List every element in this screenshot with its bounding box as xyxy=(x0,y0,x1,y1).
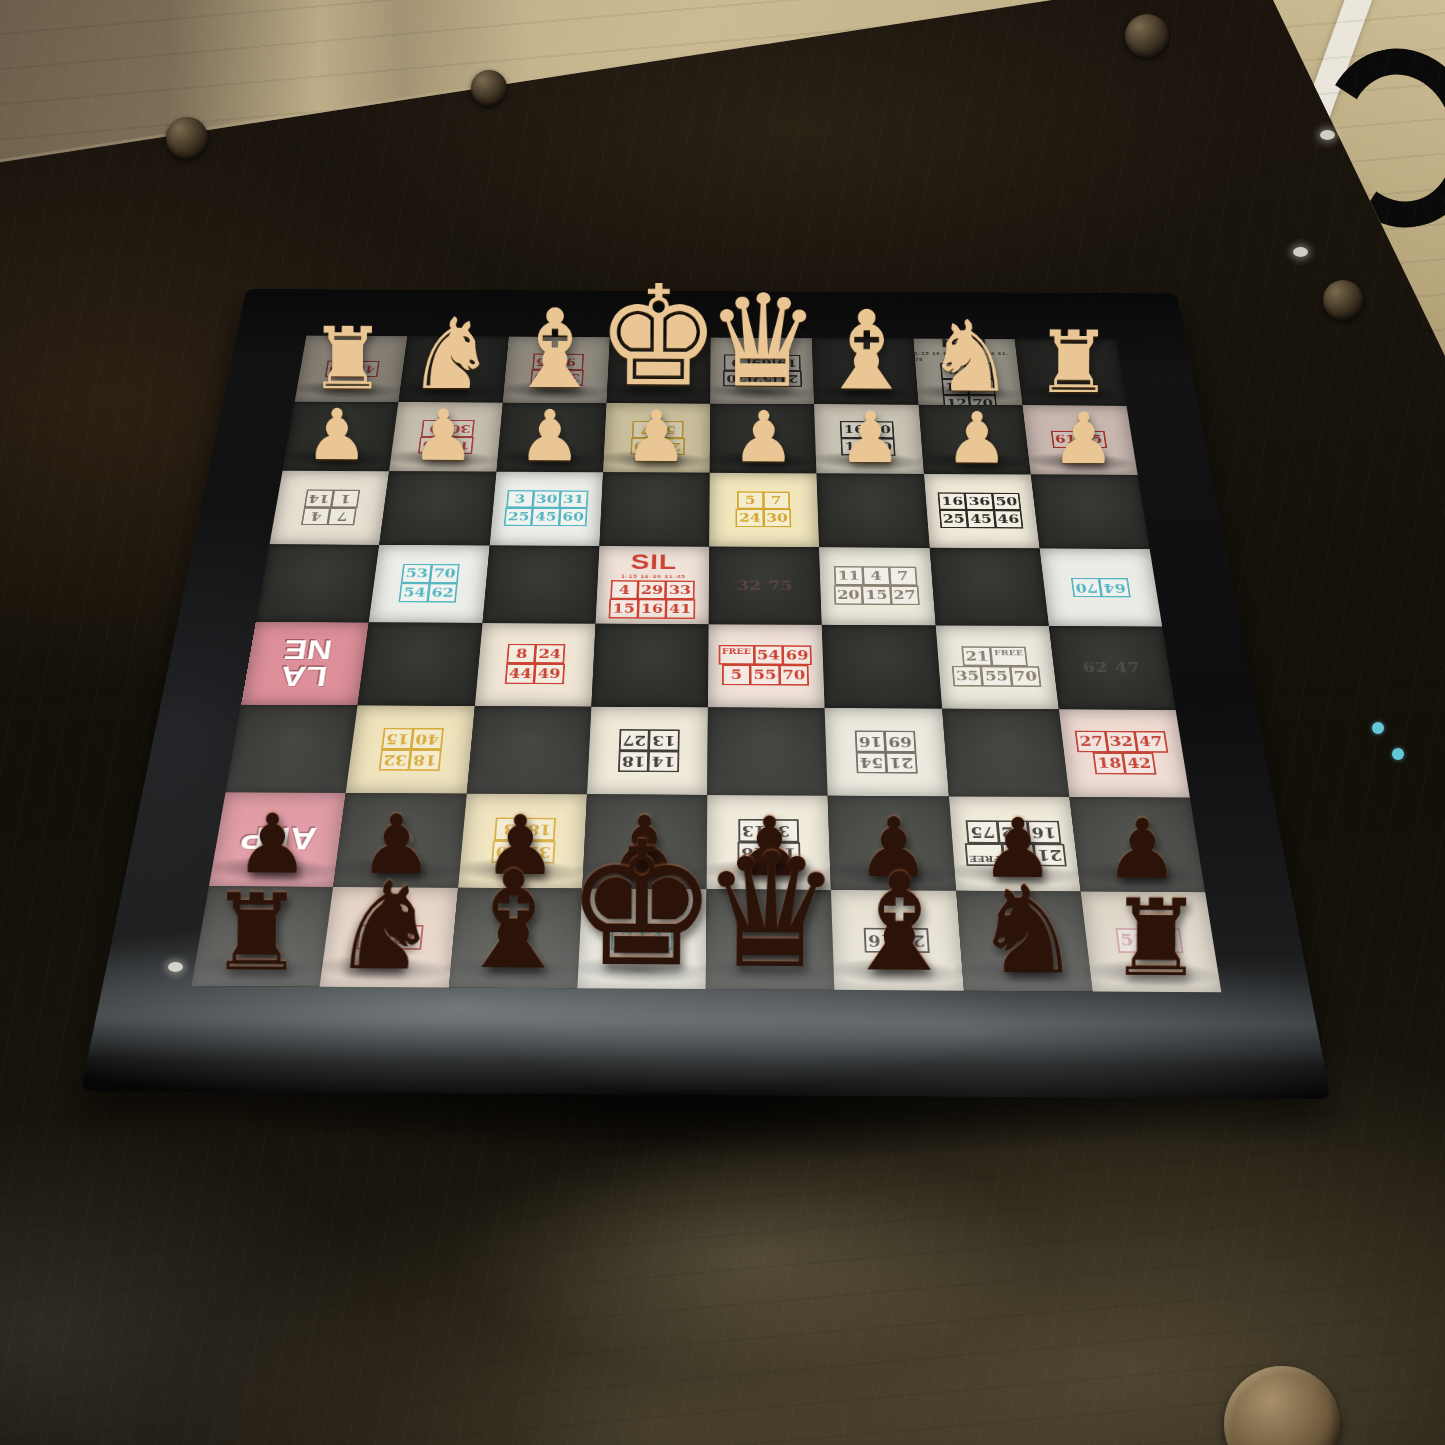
square-f8: ♝ xyxy=(812,338,918,404)
bingo-card: 163650254546 xyxy=(924,474,1040,548)
paint-speck xyxy=(168,962,183,972)
light-pawn: ♟ xyxy=(838,406,902,471)
bingo-card: 53705462 xyxy=(369,545,489,623)
bingo-card: 2732471842 xyxy=(1059,709,1190,798)
dark-knight: ♞ xyxy=(330,871,440,983)
square-d8: ♚ xyxy=(606,337,710,403)
light-pawn: ♟ xyxy=(945,406,1009,471)
dark-king: ♚ xyxy=(565,826,720,985)
square-c4: 8244449 xyxy=(474,623,595,706)
dark-rook: ♜ xyxy=(209,884,305,982)
dark-queen: ♛ xyxy=(699,839,842,985)
paint-speck xyxy=(1320,130,1335,140)
table-stud xyxy=(166,117,208,159)
light-pawn: ♟ xyxy=(411,404,475,469)
bingo-card: 572430 xyxy=(709,473,819,547)
square-a3 xyxy=(226,704,358,793)
square-c8: 3045915♝ xyxy=(502,337,609,403)
table-stud xyxy=(1224,1366,1340,1445)
bingo-card: 6470 xyxy=(1039,548,1162,627)
bingo-card: FREE546955570 xyxy=(708,624,825,707)
square-a5 xyxy=(256,544,380,622)
square-f3: 21546916 xyxy=(825,708,949,797)
square-f5: 1147201527 xyxy=(819,547,935,626)
light-queen: ♛ xyxy=(705,283,820,401)
floor-strip-top-left xyxy=(0,0,1060,168)
dark-bishop: ♝ xyxy=(453,859,575,984)
square-g4: 21FREE355570 xyxy=(935,626,1058,709)
light-pawn: ♟ xyxy=(625,405,689,470)
square-h5: 6470 xyxy=(1039,548,1162,627)
square-f6 xyxy=(817,473,930,547)
square-d1: 74♚ xyxy=(577,888,706,989)
square-b8: ♞ xyxy=(399,336,509,402)
square-d4 xyxy=(591,624,708,707)
square-b4 xyxy=(358,622,482,705)
light-rook: ♜ xyxy=(309,320,386,399)
bingo-card: 21FREE355570 xyxy=(935,626,1058,709)
light-knight: ♞ xyxy=(926,311,1015,402)
square-e4: FREE546955570 xyxy=(708,624,825,707)
bingo-card: 74114 xyxy=(270,471,390,545)
bingo-card: LANE xyxy=(241,622,369,705)
square-h3: 2732471842 xyxy=(1059,709,1190,798)
dark-bishop: ♝ xyxy=(838,861,960,986)
light-rook: ♜ xyxy=(1035,323,1112,402)
square-b3: 18324015 xyxy=(346,705,475,794)
square-b6 xyxy=(379,471,496,545)
square-c3 xyxy=(466,706,591,795)
ghost-numbers: 3275 xyxy=(709,546,822,625)
bingo-card: 1147201527 xyxy=(819,547,935,626)
square-g6: 163650254546 xyxy=(924,474,1040,548)
square-a1: ♜ xyxy=(191,886,333,987)
bingo-card: 8244449 xyxy=(474,623,595,706)
table-stud xyxy=(1125,14,1169,58)
bingo-card: SIL1-15 16-30 31-4542933151641 xyxy=(595,546,709,624)
square-h7: 6175♟ xyxy=(1022,405,1137,475)
square-h6 xyxy=(1031,475,1150,549)
square-d6 xyxy=(599,472,710,546)
light-king: ♚ xyxy=(596,273,721,401)
square-f1: 2116♝ xyxy=(831,890,963,991)
square-d5: SIL1-15 16-30 31-4542933151641 xyxy=(595,546,709,624)
square-g5 xyxy=(929,548,1048,627)
square-e8: 21527019699♛ xyxy=(710,338,814,404)
square-h1: 5142♜ xyxy=(1080,891,1221,992)
chessboard-grid: 4530♜♞3045915♝♚21527019699♛♝R N1-15 16-3… xyxy=(191,336,1221,993)
bingo-card: 18324015 xyxy=(346,705,475,794)
ghost-numbers: 6247 xyxy=(1049,626,1176,710)
square-g8: R N1-15 16-30 31-45 46-60 61-75562147412… xyxy=(913,339,1022,405)
paint-splatter xyxy=(1372,722,1384,734)
light-pawn: ♟ xyxy=(1052,407,1116,472)
square-a4: LANE xyxy=(241,622,369,705)
square-e3 xyxy=(707,707,828,796)
light-pawn: ♟ xyxy=(305,403,369,468)
square-g1: ♞ xyxy=(956,890,1093,991)
square-f4 xyxy=(822,625,942,708)
dark-knight: ♞ xyxy=(973,875,1083,988)
square-h4: 6247 xyxy=(1049,626,1176,710)
scene: 4530♜♞3045915♝♚21527019699♛♝R N1-15 16-3… xyxy=(0,0,1445,1445)
square-e5: 3275 xyxy=(709,546,822,625)
square-g3 xyxy=(942,708,1069,797)
square-c6: 33031254560 xyxy=(489,472,603,546)
table-stud xyxy=(1323,280,1363,320)
light-bishop: ♝ xyxy=(506,299,604,400)
square-b5: 53705462 xyxy=(369,545,489,623)
bingo-card: 14181327 xyxy=(587,706,708,795)
square-a6: 74114 xyxy=(270,471,390,545)
square-c1: ♝ xyxy=(448,887,582,988)
light-pawn: ♟ xyxy=(518,404,582,469)
square-d3: 14181327 xyxy=(587,706,708,795)
dark-rook: ♜ xyxy=(1109,890,1205,988)
square-h8: ♜ xyxy=(1014,339,1126,405)
square-e1: ♛ xyxy=(706,889,835,990)
paint-speck xyxy=(1293,247,1308,257)
light-bishop: ♝ xyxy=(817,301,916,402)
square-b1: 4964♞ xyxy=(320,887,458,988)
light-knight: ♞ xyxy=(407,309,496,400)
table-stud xyxy=(471,70,507,106)
square-c5 xyxy=(482,545,599,623)
square-e6: 572430 xyxy=(709,473,819,547)
light-pawn: ♟ xyxy=(732,405,796,470)
bingo-card: 21546916 xyxy=(825,708,949,797)
chess-board-slab: 4530♜♞3045915♝♚21527019699♛♝R N1-15 16-3… xyxy=(81,289,1331,1099)
paint-splatter xyxy=(1392,748,1404,760)
bingo-card: 33031254560 xyxy=(489,472,603,546)
